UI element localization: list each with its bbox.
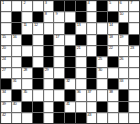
block-cell-r7c9 — [87, 68, 97, 78]
clue-number: 11 — [23, 23, 26, 27]
letter-cell-r11c11[interactable] — [108, 113, 118, 123]
letter-cell-r6c1[interactable]: 24 — [1, 57, 11, 67]
letter-cell-r6c4[interactable] — [33, 57, 43, 67]
letter-cell-r4c4[interactable] — [33, 35, 43, 45]
clue-number: 36 — [77, 90, 80, 94]
clue-number: 40 — [13, 102, 16, 106]
block-cell-r9c12 — [119, 90, 129, 100]
block-cell-r4c3 — [22, 35, 32, 45]
clue-number: 25 — [98, 57, 101, 61]
letter-cell-r10c9[interactable] — [87, 102, 97, 112]
block-cell-r7c4 — [33, 68, 43, 78]
block-cell-r10c4 — [33, 102, 43, 112]
letter-cell-r7c8[interactable] — [76, 68, 86, 78]
letter-cell-r10c2[interactable]: 40 — [12, 102, 22, 112]
clue-number: 3 — [45, 1, 47, 5]
block-cell-r9c2 — [12, 90, 22, 100]
letter-cell-r7c6[interactable] — [54, 68, 64, 78]
block-cell-r10c10 — [97, 102, 107, 112]
letter-cell-r3c3[interactable]: 11 — [22, 23, 32, 33]
letter-cell-r3c10[interactable] — [97, 23, 107, 33]
block-cell-r1c8 — [76, 1, 86, 11]
block-cell-r3c2 — [12, 23, 22, 33]
clue-number: 10 — [120, 12, 123, 16]
block-cell-r1c7 — [65, 1, 75, 11]
letter-cell-r2c3[interactable] — [22, 12, 32, 22]
letter-cell-r9c6[interactable] — [54, 90, 64, 100]
block-cell-r8c6 — [54, 79, 64, 89]
letter-cell-r9c11[interactable]: 38 — [108, 90, 118, 100]
clue-number: 39 — [2, 102, 5, 106]
block-cell-r4c8 — [76, 35, 86, 45]
letter-cell-r5c9[interactable] — [87, 46, 97, 56]
clue-number: 42 — [2, 113, 5, 117]
letter-cell-r6c13[interactable] — [129, 57, 139, 67]
clue-number: 31 — [13, 79, 16, 83]
letter-cell-r2c7[interactable] — [65, 12, 75, 22]
clue-number: 7 — [130, 1, 132, 5]
letter-cell-r11c9[interactable]: 43 — [87, 113, 97, 123]
block-cell-r4c5 — [44, 35, 54, 45]
letter-cell-r11c13[interactable] — [129, 113, 139, 123]
letter-cell-r9c9[interactable]: 37 — [87, 90, 97, 100]
letter-cell-r2c1[interactable] — [1, 12, 11, 22]
letter-cell-r4c12[interactable]: 19 — [119, 35, 129, 45]
letter-cell-r3c1[interactable] — [1, 23, 11, 33]
letter-cell-r9c8[interactable]: 36 — [76, 90, 86, 100]
letter-cell-r5c2[interactable] — [12, 46, 22, 56]
block-cell-r6c7 — [65, 57, 75, 67]
clue-number: 22 — [109, 46, 112, 50]
letter-cell-r5c6[interactable] — [54, 46, 64, 56]
letter-cell-r7c1[interactable]: 27 — [1, 68, 11, 78]
block-cell-r11c7 — [65, 113, 75, 123]
letter-cell-r4c9[interactable] — [87, 35, 97, 45]
letter-cell-r6c8[interactable] — [76, 57, 86, 67]
letter-cell-r7c10[interactable]: 30 — [97, 68, 107, 78]
letter-cell-r3c9[interactable] — [87, 23, 97, 33]
block-cell-r11c8 — [76, 113, 86, 123]
letter-cell-r2c6[interactable]: 9 — [54, 12, 64, 22]
letter-cell-r5c13[interactable]: 23 — [129, 46, 139, 56]
block-cell-r6c11 — [108, 57, 118, 67]
letter-cell-r2c5[interactable]: 8 — [44, 12, 54, 22]
crossword-puzzle: 1234567891011121314151617181920212223242… — [0, 0, 140, 124]
letter-cell-r5c12[interactable] — [119, 46, 129, 56]
letter-cell-r5c4[interactable] — [33, 46, 43, 56]
block-cell-r3c12 — [119, 23, 129, 33]
clue-number: 12 — [34, 23, 37, 27]
letter-cell-r11c2[interactable] — [12, 113, 22, 123]
block-cell-r2c11 — [108, 12, 118, 22]
clue-number: 32 — [66, 79, 69, 83]
letter-cell-r8c2[interactable]: 31 — [12, 79, 22, 89]
letter-cell-r10c8[interactable] — [76, 102, 86, 112]
block-cell-r7c7 — [65, 68, 75, 78]
clue-number: 17 — [55, 35, 58, 39]
letter-cell-r11c3[interactable] — [22, 113, 32, 123]
letter-cell-r1c4[interactable] — [33, 1, 43, 11]
letter-cell-r6c10[interactable]: 25 — [97, 57, 107, 67]
letter-cell-r10c1[interactable]: 39 — [1, 102, 11, 112]
letter-cell-r7c3[interactable]: 28 — [22, 68, 32, 78]
clue-number: 21 — [77, 46, 80, 50]
clue-number: 8 — [45, 12, 47, 16]
letter-cell-r10c11[interactable] — [108, 102, 118, 112]
letter-cell-r7c13[interactable] — [129, 68, 139, 78]
letter-cell-r5c8[interactable]: 21 — [76, 46, 86, 56]
letter-cell-r3c6[interactable] — [54, 23, 64, 33]
block-cell-r5c5 — [44, 46, 54, 56]
clue-number: 35 — [23, 90, 26, 94]
letter-cell-r1c9[interactable]: 4 — [87, 1, 97, 11]
letter-cell-r9c13[interactable] — [129, 90, 139, 100]
block-cell-r2c10 — [97, 12, 107, 22]
letter-cell-r6c2[interactable] — [12, 57, 22, 67]
block-cell-r5c7 — [65, 46, 75, 56]
letter-cell-r4c6[interactable]: 17 — [54, 35, 64, 45]
clue-number: 4 — [88, 1, 90, 5]
letter-cell-r11c1[interactable]: 42 — [1, 113, 11, 123]
clue-number: 9 — [55, 12, 57, 16]
letter-cell-r1c3[interactable]: 2 — [22, 1, 32, 11]
letter-cell-r5c1[interactable]: 20 — [1, 46, 11, 56]
letter-cell-r7c11[interactable] — [108, 68, 118, 78]
block-cell-r10c6 — [54, 102, 64, 112]
letter-cell-r5c11[interactable]: 22 — [108, 46, 118, 56]
letter-cell-r10c7[interactable]: 41 — [65, 102, 75, 112]
letter-cell-r9c5[interactable] — [44, 90, 54, 100]
clue-number: 23 — [130, 46, 133, 50]
letter-cell-r7c12[interactable] — [119, 68, 129, 78]
block-cell-r4c13 — [129, 35, 139, 45]
letter-cell-r2c9[interactable] — [87, 12, 97, 22]
block-cell-r11c4 — [33, 113, 43, 123]
clue-number: 5 — [109, 1, 111, 5]
clue-number: 30 — [98, 68, 101, 72]
clue-number: 18 — [109, 35, 112, 39]
letter-cell-r2c13[interactable] — [129, 12, 139, 22]
letter-cell-r8c12[interactable]: 33 — [119, 79, 129, 89]
letter-cell-r11c10[interactable] — [97, 113, 107, 123]
letter-cell-r4c2[interactable]: 16 — [12, 35, 22, 45]
letter-cell-r4c7[interactable] — [65, 35, 75, 45]
block-cell-r6c9 — [87, 57, 97, 67]
letter-cell-r1c12[interactable]: 6 — [119, 1, 129, 11]
clue-number: 16 — [13, 35, 16, 39]
clue-number: 15 — [2, 35, 5, 39]
letter-cell-r10c5[interactable] — [44, 102, 54, 112]
clue-number: 28 — [23, 68, 26, 72]
letter-cell-r1c13[interactable]: 7 — [129, 1, 139, 11]
letter-cell-r11c5[interactable] — [44, 113, 54, 123]
block-cell-r2c2 — [12, 12, 22, 22]
letter-cell-r3c11[interactable]: 14 — [108, 23, 118, 33]
clue-number: 13 — [77, 23, 80, 27]
clue-number: 14 — [109, 23, 112, 27]
clue-number: 26 — [120, 57, 123, 61]
clue-number: 33 — [120, 79, 123, 83]
clue-number: 27 — [2, 68, 5, 72]
block-cell-r4c10 — [97, 35, 107, 45]
block-cell-r8c11 — [108, 79, 118, 89]
block-cell-r6c3 — [22, 57, 32, 67]
clue-number: 6 — [120, 1, 122, 5]
letter-cell-r8c5[interactable] — [44, 79, 54, 89]
clue-number: 2 — [23, 1, 25, 5]
letter-cell-r7c2[interactable] — [12, 68, 22, 78]
clue-number: 38 — [109, 90, 112, 94]
letter-cell-r3c13[interactable] — [129, 23, 139, 33]
letter-cell-r8c8[interactable] — [76, 79, 86, 89]
letter-cell-r3c5[interactable] — [44, 23, 54, 33]
clue-number: 20 — [2, 46, 5, 50]
letter-cell-r8c7[interactable]: 32 — [65, 79, 75, 89]
clue-number: 1 — [2, 1, 4, 5]
block-cell-r2c8 — [76, 12, 86, 22]
letter-cell-r1c2[interactable] — [12, 1, 22, 11]
letter-cell-r1c5[interactable]: 3 — [44, 1, 54, 11]
block-cell-r10c12 — [119, 102, 129, 112]
clue-number: 34 — [2, 90, 5, 94]
block-cell-r5c10 — [97, 46, 107, 56]
letter-cell-r4c11[interactable]: 18 — [108, 35, 118, 45]
letter-cell-r8c10[interactable] — [97, 79, 107, 89]
letter-cell-r1c11[interactable]: 5 — [108, 1, 118, 11]
letter-cell-r6c6[interactable] — [54, 57, 64, 67]
letter-cell-r8c3[interactable] — [22, 79, 32, 89]
letter-cell-r4c1[interactable]: 15 — [1, 35, 11, 45]
letter-cell-r9c3[interactable]: 35 — [22, 90, 32, 100]
letter-cell-r9c10[interactable] — [97, 90, 107, 100]
block-cell-r8c9 — [87, 79, 97, 89]
block-cell-r11c6 — [54, 113, 64, 123]
block-cell-r8c1 — [1, 79, 11, 89]
clue-number: 43 — [88, 113, 91, 117]
letter-cell-r8c13[interactable] — [129, 79, 139, 89]
clue-number: 29 — [45, 68, 48, 72]
block-cell-r1c10 — [97, 1, 107, 11]
letter-cell-r7c5[interactable]: 29 — [44, 68, 54, 78]
block-cell-r1c6 — [54, 1, 64, 11]
block-cell-r9c7 — [65, 90, 75, 100]
clue-number: 19 — [120, 35, 123, 39]
clue-number: 41 — [66, 102, 69, 106]
crossword-grid: 1234567891011121314151617181920212223242… — [1, 1, 139, 123]
block-cell-r10c3 — [22, 102, 32, 112]
letter-cell-r6c12[interactable]: 26 — [119, 57, 129, 67]
letter-cell-r9c4[interactable] — [33, 90, 43, 100]
block-cell-r3c7 — [65, 23, 75, 33]
letter-cell-r3c8[interactable]: 13 — [76, 23, 86, 33]
letter-cell-r2c12[interactable]: 10 — [119, 12, 129, 22]
letter-cell-r1c1[interactable]: 1 — [1, 1, 11, 11]
clue-number: 37 — [88, 90, 91, 94]
letter-cell-r10c13[interactable] — [129, 102, 139, 112]
letter-cell-r11c12[interactable] — [119, 113, 129, 123]
letter-cell-r9c1[interactable]: 34 — [1, 90, 11, 100]
block-cell-r6c5 — [44, 57, 54, 67]
block-cell-r8c4 — [33, 79, 43, 89]
letter-cell-r5c3[interactable] — [22, 46, 32, 56]
block-cell-r2c4 — [33, 12, 43, 22]
clue-number: 24 — [2, 57, 5, 61]
letter-cell-r3c4[interactable]: 12 — [33, 23, 43, 33]
